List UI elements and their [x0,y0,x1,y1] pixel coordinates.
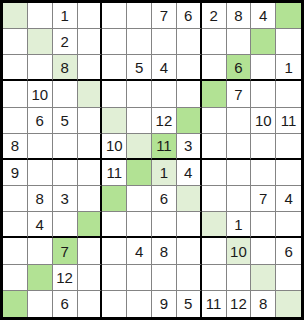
cell-r2c10[interactable] [227,29,252,55]
cell-r10c2[interactable] [28,238,53,264]
cell-r12c7[interactable]: 9 [152,291,177,317]
cell-r7c4[interactable] [78,160,103,186]
cell-r4c5[interactable] [102,81,127,107]
cell-r9c3[interactable] [53,212,78,238]
cell-r7c12[interactable] [276,160,301,186]
cell-r6c5[interactable]: 10 [102,134,127,160]
cell-r4c7[interactable] [152,81,177,107]
cell-r5c3[interactable]: 5 [53,108,78,134]
cell-r3c1[interactable] [3,55,28,81]
cell-r3c5[interactable] [102,55,127,81]
cell-r1c6[interactable] [127,3,152,29]
cell-r9c2[interactable]: 4 [28,212,53,238]
cell-r11c5[interactable] [102,265,127,291]
cell-r9c8[interactable] [177,212,202,238]
cell-r11c3[interactable]: 12 [53,265,78,291]
cell-r3c11[interactable] [251,55,276,81]
cell-r11c9[interactable] [202,265,227,291]
cell-r7c11[interactable] [251,160,276,186]
cell-r4c6[interactable] [127,81,152,107]
cell-r12c2[interactable] [28,291,53,317]
cell-r11c4[interactable] [78,265,103,291]
cell-r8c10[interactable] [227,186,252,212]
cell-r2c2[interactable] [28,29,53,55]
cell-r8c7[interactable]: 6 [152,186,177,212]
cell-r6c10[interactable] [227,134,252,160]
cell-r2c11[interactable] [251,29,276,55]
cell-r1c8[interactable]: 6 [177,3,202,29]
cell-r4c4[interactable] [78,81,103,107]
cell-r10c7[interactable]: 8 [152,238,177,264]
cell-r1c7[interactable]: 7 [152,3,177,29]
sudoku-board: 1762842854611076512101181011391114836744… [0,0,304,320]
cell-r2c1[interactable] [3,29,28,55]
cell-r11c8[interactable] [177,265,202,291]
cell-r7c7[interactable]: 1 [152,160,177,186]
cell-r12c10[interactable]: 12 [227,291,252,317]
cell-r1c10[interactable]: 8 [227,3,252,29]
cell-r8c8[interactable] [177,186,202,212]
cell-r11c7[interactable] [152,265,177,291]
cell-r10c8[interactable] [177,238,202,264]
cell-r3c2[interactable] [28,55,53,81]
cell-r8c4[interactable] [78,186,103,212]
cell-r8c6[interactable] [127,186,152,212]
cell-r2c5[interactable] [102,29,127,55]
cell-r8c11[interactable]: 7 [251,186,276,212]
cell-r9c4[interactable] [78,212,103,238]
cell-r5c1[interactable] [3,108,28,134]
cell-r3c8[interactable] [177,55,202,81]
cell-r9c10[interactable]: 1 [227,212,252,238]
cell-r6c7[interactable]: 11 [152,134,177,160]
cell-r9c7[interactable] [152,212,177,238]
cell-r8c3[interactable]: 3 [53,186,78,212]
cell-r5c2[interactable]: 6 [28,108,53,134]
cell-r4c2[interactable]: 10 [28,81,53,107]
cell-r5c4[interactable] [78,108,103,134]
cell-r11c10[interactable] [227,265,252,291]
cell-r5c8[interactable] [177,108,202,134]
cell-r7c3[interactable] [53,160,78,186]
cell-r1c9[interactable]: 2 [202,3,227,29]
cell-r10c6[interactable]: 4 [127,238,152,264]
cell-r11c11[interactable] [251,265,276,291]
cell-r3c9[interactable] [202,55,227,81]
cell-r1c12[interactable] [276,3,301,29]
cell-r6c12[interactable] [276,134,301,160]
cell-r7c2[interactable] [28,160,53,186]
cell-r6c6[interactable] [127,134,152,160]
cell-r12c12[interactable] [276,291,301,317]
cell-r2c4[interactable] [78,29,103,55]
cell-r2c6[interactable] [127,29,152,55]
cell-r6c4[interactable] [78,134,103,160]
cell-r6c8[interactable]: 3 [177,134,202,160]
cell-r11c6[interactable] [127,265,152,291]
cell-r10c10[interactable]: 10 [227,238,252,264]
cell-r5c5[interactable] [102,108,127,134]
cell-r4c11[interactable] [251,81,276,107]
cell-r8c9[interactable] [202,186,227,212]
cell-r10c12[interactable]: 6 [276,238,301,264]
cell-r5c9[interactable] [202,108,227,134]
cell-r12c6[interactable] [127,291,152,317]
cell-r6c11[interactable] [251,134,276,160]
cell-r8c12[interactable]: 4 [276,186,301,212]
cell-r6c3[interactable] [53,134,78,160]
cell-r4c1[interactable] [3,81,28,107]
cell-r3c4[interactable] [78,55,103,81]
cell-r11c12[interactable] [276,265,301,291]
cell-r7c5[interactable]: 11 [102,160,127,186]
cell-r6c1[interactable]: 8 [3,134,28,160]
cell-r1c4[interactable] [78,3,103,29]
cell-r1c11[interactable]: 4 [251,3,276,29]
cell-r7c1[interactable]: 9 [3,160,28,186]
cell-r2c12[interactable] [276,29,301,55]
cell-r9c5[interactable] [102,212,127,238]
cell-r12c8[interactable]: 5 [177,291,202,317]
cell-r7c9[interactable] [202,160,227,186]
cell-r6c9[interactable] [202,134,227,160]
cell-r3c10[interactable]: 6 [227,55,252,81]
cell-r9c1[interactable] [3,212,28,238]
cell-r12c3[interactable]: 6 [53,291,78,317]
cell-r7c6[interactable] [127,160,152,186]
cell-r9c11[interactable] [251,212,276,238]
cell-r1c3[interactable]: 1 [53,3,78,29]
cell-r11c2[interactable] [28,265,53,291]
cell-r3c7[interactable]: 4 [152,55,177,81]
cell-r4c12[interactable] [276,81,301,107]
cell-r1c2[interactable] [28,3,53,29]
cell-r4c9[interactable] [202,81,227,107]
cell-r10c11[interactable] [251,238,276,264]
cell-r12c9[interactable]: 11 [202,291,227,317]
cell-r7c10[interactable] [227,160,252,186]
cell-r10c9[interactable] [202,238,227,264]
cell-r2c3[interactable]: 2 [53,29,78,55]
cell-r4c10[interactable]: 7 [227,81,252,107]
cell-r1c1[interactable] [3,3,28,29]
cell-r12c4[interactable] [78,291,103,317]
cell-r10c3[interactable]: 7 [53,238,78,264]
cell-r9c9[interactable] [202,212,227,238]
cell-r6c2[interactable] [28,134,53,160]
cell-r4c3[interactable] [53,81,78,107]
cell-r8c5[interactable] [102,186,127,212]
cell-r8c2[interactable]: 8 [28,186,53,212]
cell-r9c6[interactable] [127,212,152,238]
cell-r8c1[interactable] [3,186,28,212]
cell-r5c6[interactable] [127,108,152,134]
cell-r5c7[interactable]: 12 [152,108,177,134]
cell-r10c4[interactable] [78,238,103,264]
cell-r4c8[interactable] [177,81,202,107]
cell-r10c1[interactable] [3,238,28,264]
cell-r5c11[interactable]: 10 [251,108,276,134]
cell-r12c5[interactable] [102,291,127,317]
cell-r2c9[interactable] [202,29,227,55]
cell-r11c1[interactable] [3,265,28,291]
cell-r3c6[interactable]: 5 [127,55,152,81]
cell-r9c12[interactable] [276,212,301,238]
cell-r2c7[interactable] [152,29,177,55]
cell-r12c11[interactable]: 8 [251,291,276,317]
cell-r2c8[interactable] [177,29,202,55]
cell-r5c12[interactable]: 11 [276,108,301,134]
cell-r7c8[interactable]: 4 [177,160,202,186]
cell-r3c3[interactable]: 8 [53,55,78,81]
cell-r10c5[interactable] [102,238,127,264]
cell-r3c12[interactable]: 1 [276,55,301,81]
cell-r1c5[interactable] [102,3,127,29]
cell-r5c10[interactable] [227,108,252,134]
cell-r12c1[interactable] [3,291,28,317]
